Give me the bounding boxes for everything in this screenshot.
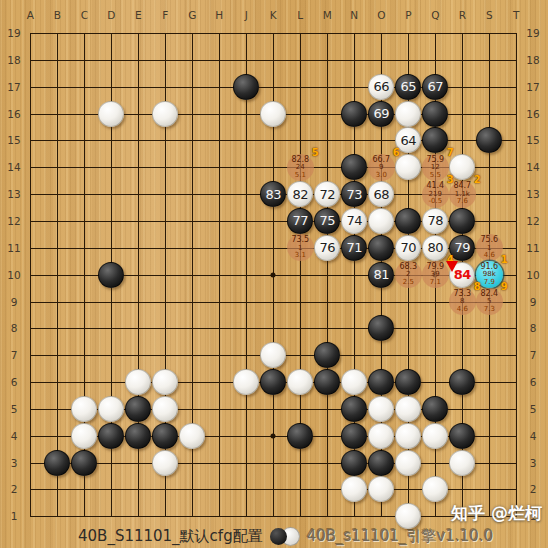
stone-white-J6 — [233, 369, 259, 395]
candidate-move-L14[interactable]: 82.8245.15 — [287, 154, 314, 181]
candidate-move-S11[interactable]: 75.614.6 — [476, 234, 503, 261]
coord-label-column: K — [270, 9, 277, 21]
coord-label-column: E — [135, 9, 142, 21]
candidate-move-O14[interactable]: 66.793.06 — [368, 154, 395, 181]
star-point — [271, 433, 276, 438]
stone-black-D10 — [98, 262, 124, 288]
coord-label-column: Q — [431, 9, 439, 21]
stone-white-P5 — [395, 396, 421, 422]
stone-black-R4 — [449, 423, 475, 449]
grid-line-horizontal — [30, 463, 517, 464]
stone-black-D4 — [98, 423, 124, 449]
coord-label-column: R — [459, 9, 466, 21]
stone-white-K16 — [260, 101, 286, 127]
candidate-score: 5.5 — [430, 172, 441, 180]
coord-label-row-right: 17 — [526, 81, 539, 93]
stone-white-C4 — [71, 423, 97, 449]
go-analysis-app: ABCDEFGHJKLMNOPQRST191918181717161615151… — [0, 0, 548, 548]
grid-line-horizontal — [30, 302, 517, 303]
status-bar: 40B_S11101_默认cfg配置 40B_s11101_引擎v1.10.0 — [78, 526, 493, 547]
grid-line-horizontal — [30, 516, 517, 517]
stone-black-N11: 71 — [341, 235, 367, 261]
stone-black-N4 — [341, 423, 367, 449]
stone-white-G4 — [179, 423, 205, 449]
coord-label-row-left: 16 — [7, 108, 20, 120]
stone-white-D16 — [98, 101, 124, 127]
move-number-74: 74 — [347, 213, 363, 228]
move-number-76: 76 — [320, 240, 336, 255]
stone-white-O5 — [368, 396, 394, 422]
stone-black-Q15 — [422, 127, 448, 153]
stone-white-O4 — [368, 423, 394, 449]
move-number-79: 79 — [455, 240, 471, 255]
move-number-65: 65 — [401, 79, 417, 94]
coord-label-row-left: 6 — [11, 376, 18, 388]
stone-white-L13: 82 — [287, 181, 313, 207]
coord-label-column: S — [486, 9, 493, 21]
candidate-score: 4.6 — [484, 252, 495, 260]
stone-white-O12 — [368, 208, 394, 234]
coord-label-row-right: 8 — [530, 322, 537, 334]
coord-label-row-left: 11 — [7, 242, 20, 254]
stone-black-Q16 — [422, 101, 448, 127]
watermark: 知乎 @烂柯 — [451, 502, 542, 525]
coord-label-row-right: 3 — [530, 457, 537, 469]
move-number-64: 64 — [401, 133, 417, 148]
candidate-score: 4.6 — [457, 306, 468, 314]
candidate-score: 7.9 — [484, 279, 495, 287]
stone-black-B3 — [44, 450, 70, 476]
coord-label-row-right: 10 — [526, 269, 539, 281]
coord-label-row-right: 12 — [526, 215, 539, 227]
coord-label-column: D — [107, 9, 115, 21]
candidate-move-L11[interactable]: 73.513.1 — [287, 234, 314, 261]
coord-label-row-left: 4 — [11, 430, 18, 442]
candidate-move-R13[interactable]: 84.71.1k7.62 — [449, 181, 476, 208]
move-number-78: 78 — [428, 213, 444, 228]
move-number-83: 83 — [266, 187, 282, 202]
coord-label-column: H — [215, 9, 223, 21]
stone-white-Q11: 80 — [422, 235, 448, 261]
stone-black-K6 — [260, 369, 286, 395]
stone-white-K7 — [260, 342, 286, 368]
move-number-81: 81 — [374, 267, 390, 282]
stone-black-E5 — [125, 396, 151, 422]
move-number-68: 68 — [374, 187, 390, 202]
stone-black-N5 — [341, 396, 367, 422]
candidate-score: 7.6 — [457, 198, 468, 206]
candidate-score: 3.0 — [376, 172, 387, 180]
grid-line-vertical — [516, 33, 517, 517]
coord-label-row-right: 15 — [526, 134, 539, 146]
coord-label-row-right: 2 — [530, 483, 537, 495]
grid-line-horizontal — [30, 328, 517, 329]
stone-black-J17 — [233, 74, 259, 100]
stone-black-E4 — [125, 423, 151, 449]
stone-black-N13: 73 — [341, 181, 367, 207]
candidate-score: 7.1 — [430, 279, 441, 287]
stone-white-M11: 76 — [314, 235, 340, 261]
stone-white-L6 — [287, 369, 313, 395]
candidate-move-R9[interactable]: 73.384.68 — [449, 288, 476, 315]
candidate-rank-badge: 1 — [501, 254, 508, 265]
coord-label-row-left: 7 — [11, 349, 18, 361]
candidate-rank-badge: 2 — [474, 174, 481, 185]
candidate-rank-badge: 7 — [447, 147, 454, 158]
stone-white-F16 — [152, 101, 178, 127]
coord-label-column: J — [245, 9, 248, 21]
coord-label-row-left: 5 — [11, 403, 18, 415]
candidate-score: 5.1 — [295, 172, 306, 180]
move-number-82: 82 — [293, 187, 309, 202]
move-number-80: 80 — [428, 240, 444, 255]
stone-white-F5 — [152, 396, 178, 422]
candidate-score: -0.5 — [428, 198, 442, 206]
stone-black-O10: 81 — [368, 262, 394, 288]
coord-label-row-right: 5 — [530, 403, 537, 415]
stone-black-M6 — [314, 369, 340, 395]
black-stone-icon — [270, 528, 287, 545]
candidate-rank-badge: 9 — [501, 281, 508, 292]
stone-black-M7 — [314, 342, 340, 368]
coord-label-row-left: 10 — [7, 269, 20, 281]
stone-black-N14 — [341, 154, 367, 180]
stone-black-F4 — [152, 423, 178, 449]
stone-white-O17: 66 — [368, 74, 394, 100]
candidate-score: 2.5 — [403, 279, 414, 287]
candidate-move-S9[interactable]: 82.457.39 — [476, 288, 503, 315]
stone-white-P3 — [395, 450, 421, 476]
engine-label: 40B_s11101_引擎v1.10.0 — [307, 527, 494, 546]
coord-label-row-left: 2 — [11, 483, 18, 495]
stone-black-Q17: 67 — [422, 74, 448, 100]
stone-white-N6 — [341, 369, 367, 395]
coord-label-row-left: 1 — [11, 510, 18, 522]
coord-label-row-left: 14 — [7, 161, 20, 173]
stone-white-P14 — [395, 154, 421, 180]
move-number-75: 75 — [320, 213, 336, 228]
coord-label-column: G — [188, 9, 196, 21]
stone-white-E6 — [125, 369, 151, 395]
coord-label-row-left: 19 — [7, 27, 20, 39]
coord-label-row-left: 18 — [7, 54, 20, 66]
grid-line-vertical — [327, 33, 328, 517]
coord-label-row-right: 16 — [526, 108, 539, 120]
stone-white-Q4 — [422, 423, 448, 449]
stone-black-P6 — [395, 369, 421, 395]
last-move-marker-icon — [446, 261, 458, 272]
stone-white-N2 — [341, 476, 367, 502]
coord-label-row-left: 8 — [11, 322, 18, 334]
coord-label-column: L — [297, 9, 303, 21]
candidate-rank-badge: 5 — [312, 147, 319, 158]
stone-black-O6 — [368, 369, 394, 395]
stone-black-Q5 — [422, 396, 448, 422]
move-number-66: 66 — [374, 79, 390, 94]
coord-label-row-left: 3 — [11, 457, 18, 469]
coord-label-row-right: 7 — [530, 349, 537, 361]
candidate-move-P10[interactable]: 68.322.5 — [395, 261, 422, 288]
candidate-move-Q13[interactable]: 41.4219-0.53 — [422, 181, 449, 208]
coord-label-row-right: 13 — [526, 188, 539, 200]
stone-white-P4 — [395, 423, 421, 449]
coord-label-row-right: 18 — [526, 54, 539, 66]
coord-label-row-right: 4 — [530, 430, 537, 442]
stone-white-C5 — [71, 396, 97, 422]
stone-black-L4 — [287, 423, 313, 449]
coord-label-row-right: 11 — [526, 242, 539, 254]
candidate-score: 7.3 — [484, 306, 495, 314]
stone-black-S15 — [476, 127, 502, 153]
coord-label-column: B — [54, 9, 61, 21]
config-label: 40B_S11101_默认cfg配置 — [78, 527, 263, 546]
stone-white-F6 — [152, 369, 178, 395]
stone-black-P17: 65 — [395, 74, 421, 100]
candidate-rank-badge: 6 — [393, 147, 400, 158]
move-number-70: 70 — [401, 240, 417, 255]
coord-label-row-right: 6 — [530, 376, 537, 388]
stone-white-P16 — [395, 101, 421, 127]
coord-label-column: C — [81, 9, 88, 21]
move-number-72: 72 — [320, 187, 336, 202]
stone-white-Q12: 78 — [422, 208, 448, 234]
stone-black-R6 — [449, 369, 475, 395]
coord-label-row-left: 9 — [11, 296, 18, 308]
candidate-move-Q14[interactable]: 75.9125.57 — [422, 154, 449, 181]
coord-label-column: F — [162, 9, 168, 21]
stone-black-O3 — [368, 450, 394, 476]
stone-black-O11 — [368, 235, 394, 261]
coord-label-row-left: 13 — [7, 188, 20, 200]
coord-label-column: O — [377, 9, 385, 21]
candidate-move-Q10[interactable]: 79.9397.14 — [422, 261, 449, 288]
stone-black-N3 — [341, 450, 367, 476]
stone-white-D5 — [98, 396, 124, 422]
coord-label-column: T — [513, 9, 519, 21]
stone-white-N12: 74 — [341, 208, 367, 234]
star-point — [271, 272, 276, 277]
stone-black-R12 — [449, 208, 475, 234]
stone-black-N16 — [341, 101, 367, 127]
stone-white-O2 — [368, 476, 394, 502]
coord-label-column: A — [27, 9, 34, 21]
move-number-69: 69 — [374, 106, 390, 121]
stone-white-R3 — [449, 450, 475, 476]
stone-black-L12: 77 — [287, 208, 313, 234]
coord-label-row-left: 12 — [7, 215, 20, 227]
candidate-score: 3.1 — [295, 252, 306, 260]
stone-black-O16: 69 — [368, 101, 394, 127]
stone-white-M13: 72 — [314, 181, 340, 207]
stone-white-O13: 68 — [368, 181, 394, 207]
coord-label-row-right: 9 — [530, 296, 537, 308]
move-number-71: 71 — [347, 240, 363, 255]
coord-label-row-left: 15 — [7, 134, 20, 146]
move-number-73: 73 — [347, 187, 363, 202]
move-number-67: 67 — [428, 79, 444, 94]
coord-label-row-right: 14 — [526, 161, 539, 173]
stone-black-P12 — [395, 208, 421, 234]
stone-white-Q2 — [422, 476, 448, 502]
coord-label-column: M — [323, 9, 332, 21]
coord-label-row-right: 19 — [526, 27, 539, 39]
coord-label-column: P — [405, 9, 411, 21]
stone-white-F3 — [152, 450, 178, 476]
coord-label-column: N — [350, 9, 358, 21]
stone-black-K13: 83 — [260, 181, 286, 207]
player-stones-icon — [270, 527, 300, 546]
stone-black-C3 — [71, 450, 97, 476]
move-number-77: 77 — [293, 213, 309, 228]
stone-black-O8 — [368, 315, 394, 341]
coord-label-row-left: 17 — [7, 81, 20, 93]
stone-white-P11: 70 — [395, 235, 421, 261]
stone-black-M12: 75 — [314, 208, 340, 234]
